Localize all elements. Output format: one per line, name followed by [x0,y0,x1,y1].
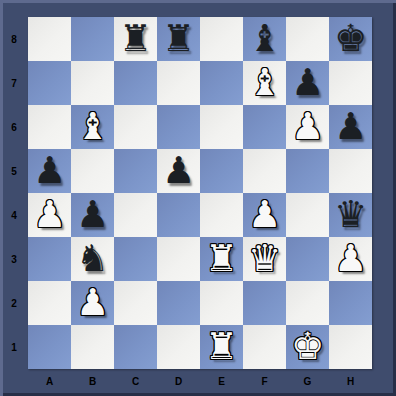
square-f2[interactable] [243,281,286,325]
square-g6[interactable]: ♟ [286,105,329,149]
square-b2[interactable]: ♟ [71,281,114,325]
piece-white-queen[interactable]: ♛ [248,237,281,281]
square-b4[interactable]: ♟ [71,193,114,237]
square-d1[interactable] [157,325,200,369]
rank-label-5: 5 [0,149,28,193]
square-g5[interactable] [286,149,329,193]
square-e3[interactable]: ♜ [200,237,243,281]
square-c6[interactable] [114,105,157,149]
file-label-f: F [243,369,286,393]
square-c2[interactable] [114,281,157,325]
square-f3[interactable]: ♛ [243,237,286,281]
file-label-c: C [114,369,157,393]
square-h1[interactable] [329,325,372,369]
chess-board-frame: 87654321 ♜♜♝♚♝♟♝♟♟♟♟♟♟♟♛♞♜♛♟♟♜♚ ABCDEFGH [0,0,396,396]
square-d2[interactable] [157,281,200,325]
rank-label-2: 2 [0,281,28,325]
square-g4[interactable] [286,193,329,237]
piece-black-pawn[interactable]: ♟ [162,149,195,193]
square-g2[interactable] [286,281,329,325]
square-b8[interactable] [71,17,114,61]
square-e4[interactable] [200,193,243,237]
rank-labels: 87654321 [0,17,28,369]
piece-black-rook[interactable]: ♜ [119,17,152,61]
piece-black-king[interactable]: ♚ [334,17,367,61]
square-h7[interactable] [329,61,372,105]
square-b3[interactable]: ♞ [71,237,114,281]
square-f6[interactable] [243,105,286,149]
square-d6[interactable] [157,105,200,149]
square-e1[interactable]: ♜ [200,325,243,369]
square-a1[interactable] [28,325,71,369]
square-a7[interactable] [28,61,71,105]
piece-white-rook[interactable]: ♜ [205,237,238,281]
square-c5[interactable] [114,149,157,193]
piece-white-pawn[interactable]: ♟ [248,193,281,237]
piece-white-pawn[interactable]: ♟ [291,105,324,149]
square-c8[interactable]: ♜ [114,17,157,61]
piece-white-pawn[interactable]: ♟ [33,193,66,237]
piece-white-bishop[interactable]: ♝ [248,61,281,105]
file-label-g: G [286,369,329,393]
square-h8[interactable]: ♚ [329,17,372,61]
square-b5[interactable] [71,149,114,193]
piece-black-pawn[interactable]: ♟ [76,193,109,237]
file-labels: ABCDEFGH [28,369,372,393]
square-f5[interactable] [243,149,286,193]
square-e5[interactable] [200,149,243,193]
file-label-b: B [71,369,114,393]
square-a5[interactable]: ♟ [28,149,71,193]
square-e2[interactable] [200,281,243,325]
rank-label-3: 3 [0,237,28,281]
rank-label-1: 1 [0,325,28,369]
piece-black-pawn[interactable]: ♟ [33,149,66,193]
square-f1[interactable] [243,325,286,369]
square-d3[interactable] [157,237,200,281]
square-g7[interactable]: ♟ [286,61,329,105]
square-e7[interactable] [200,61,243,105]
piece-black-pawn[interactable]: ♟ [334,105,367,149]
rank-label-4: 4 [0,193,28,237]
square-a8[interactable] [28,17,71,61]
file-label-h: H [329,369,372,393]
square-g8[interactable] [286,17,329,61]
square-c4[interactable] [114,193,157,237]
square-d8[interactable]: ♜ [157,17,200,61]
square-e8[interactable] [200,17,243,61]
piece-black-queen[interactable]: ♛ [334,193,367,237]
piece-white-pawn[interactable]: ♟ [334,237,367,281]
square-h5[interactable] [329,149,372,193]
piece-black-pawn[interactable]: ♟ [291,61,324,105]
square-c7[interactable] [114,61,157,105]
square-h4[interactable]: ♛ [329,193,372,237]
square-f8[interactable]: ♝ [243,17,286,61]
chess-board[interactable]: ♜♜♝♚♝♟♝♟♟♟♟♟♟♟♛♞♜♛♟♟♜♚ [28,17,372,369]
square-a6[interactable] [28,105,71,149]
piece-white-pawn[interactable]: ♟ [76,281,109,325]
square-d7[interactable] [157,61,200,105]
square-a2[interactable] [28,281,71,325]
file-label-e: E [200,369,243,393]
rank-label-6: 6 [0,105,28,149]
piece-black-knight[interactable]: ♞ [76,237,109,281]
file-label-d: D [157,369,200,393]
square-d4[interactable] [157,193,200,237]
square-h2[interactable] [329,281,372,325]
rank-label-8: 8 [0,17,28,61]
rank-label-7: 7 [0,61,28,105]
square-f7[interactable]: ♝ [243,61,286,105]
square-h6[interactable]: ♟ [329,105,372,149]
square-h3[interactable]: ♟ [329,237,372,281]
square-b6[interactable]: ♝ [71,105,114,149]
piece-white-rook[interactable]: ♜ [205,325,238,369]
piece-white-bishop[interactable]: ♝ [76,105,109,149]
square-g3[interactable] [286,237,329,281]
square-b7[interactable] [71,61,114,105]
file-label-a: A [28,369,71,393]
square-b1[interactable] [71,325,114,369]
square-d5[interactable]: ♟ [157,149,200,193]
square-a3[interactable] [28,237,71,281]
square-c1[interactable] [114,325,157,369]
square-e6[interactable] [200,105,243,149]
square-a4[interactable]: ♟ [28,193,71,237]
piece-white-king[interactable]: ♚ [291,325,324,369]
square-f4[interactable]: ♟ [243,193,286,237]
square-g1[interactable]: ♚ [286,325,329,369]
piece-black-bishop[interactable]: ♝ [248,17,281,61]
piece-black-rook[interactable]: ♜ [162,17,195,61]
square-c3[interactable] [114,237,157,281]
